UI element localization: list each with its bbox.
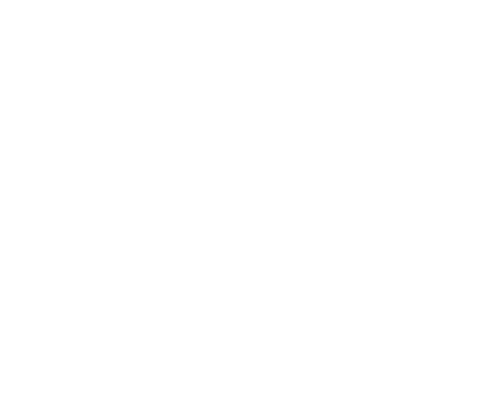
chinese-checkers-scene bbox=[0, 0, 500, 407]
chinese-checkers-product-photo bbox=[0, 0, 500, 407]
